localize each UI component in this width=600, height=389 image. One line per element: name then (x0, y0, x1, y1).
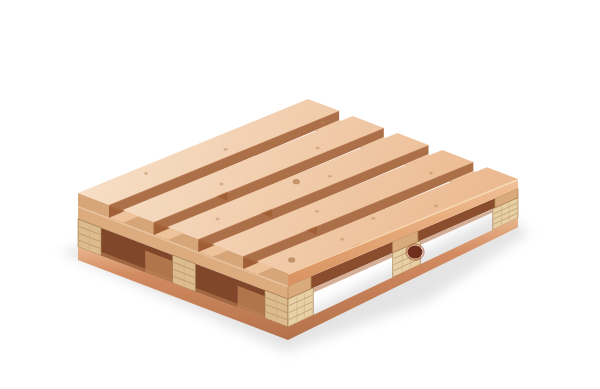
wood-speckle-5 (328, 175, 332, 178)
wood-speckle-8 (340, 238, 344, 241)
wood-speckle-3 (316, 147, 320, 150)
pallet (78, 99, 518, 340)
wood-speckle-6 (315, 210, 319, 213)
wood-speckle-2 (220, 183, 224, 186)
wood-speckle-1 (224, 148, 228, 151)
wood-speckle-7 (429, 172, 433, 175)
product-photo (0, 0, 600, 389)
wood-speckle-4 (216, 218, 220, 221)
block-knot-hole (408, 246, 423, 259)
wood-knot-top-0 (288, 257, 295, 262)
wood-speckle-0 (144, 172, 148, 175)
wooden-pallet-illustration (0, 0, 600, 389)
wood-speckle-11 (371, 217, 375, 220)
wood-speckle-10 (321, 121, 325, 124)
wood-knot-top-1 (293, 179, 300, 184)
wood-speckle-9 (434, 205, 438, 208)
